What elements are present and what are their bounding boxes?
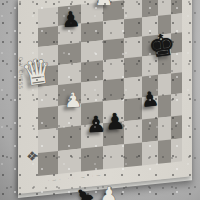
black-pawn-b8: ♟ (61, 9, 81, 31)
photo-viewport: ❖ Q-V CHESS ·—· ·· — ·— ♟♟♚♛♟♟♟♟♟♟ (0, 0, 200, 200)
offboard-white-pawn: ♟ (100, 184, 119, 200)
white-queen-a4: ♛ (20, 53, 55, 91)
black-pawn-f3: ♟ (140, 88, 160, 110)
black-king-g6: ♚ (147, 29, 178, 62)
pieces-layer: ♟♟♚♛♟♟♟♟♟♟ (0, 0, 200, 200)
white-pawn-d8: ♟ (95, 0, 114, 9)
offboard-black-pawn: ♟ (71, 183, 97, 200)
white-pawn-b3: ♟ (64, 90, 83, 111)
black-pawn-c2: ♟ (86, 114, 106, 137)
black-pawn-d2: ♟ (104, 110, 125, 133)
